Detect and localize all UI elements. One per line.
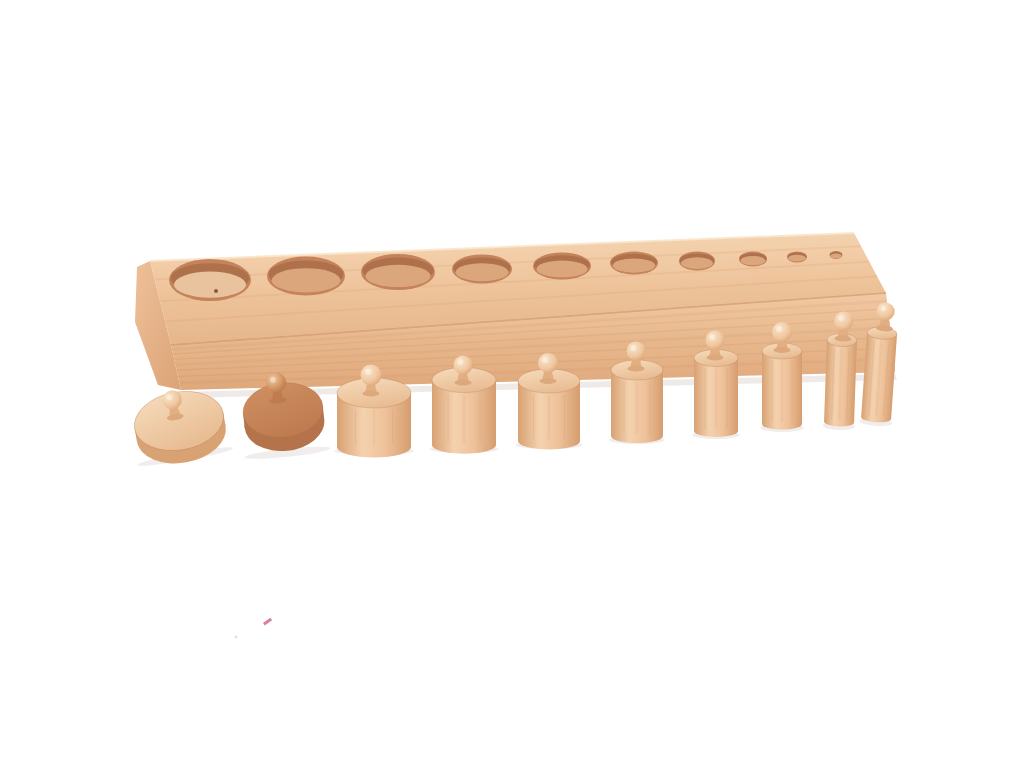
knob-sphere (706, 331, 725, 350)
knob-sphere (772, 322, 792, 342)
socket-floor (272, 268, 341, 292)
socket-7 (679, 252, 715, 271)
wood-speck (214, 289, 218, 293)
knob-highlight (709, 334, 715, 340)
socket-5 (533, 253, 591, 280)
socket-6 (610, 252, 658, 275)
knob-base-flare (455, 380, 472, 386)
knob-base-flare (707, 355, 724, 361)
socket-floor (365, 265, 430, 287)
knob-highlight (365, 369, 371, 375)
scene-svg (0, 0, 1024, 768)
socket-floor (456, 263, 509, 281)
socket-1 (169, 259, 251, 301)
socket-floor (788, 255, 806, 262)
product-photo (0, 0, 1024, 768)
socket-3 (361, 254, 435, 290)
dust-speck (235, 636, 238, 639)
socket-floor (536, 261, 587, 278)
knob-base-flare (628, 366, 645, 372)
socket-9 (787, 252, 807, 263)
knob-sphere (361, 365, 382, 386)
socket-2 (267, 257, 345, 296)
socket-floor (741, 256, 766, 265)
socket-floor (174, 272, 246, 298)
socket-8 (739, 252, 767, 267)
knob-highlight (776, 326, 782, 332)
socket-4 (452, 255, 512, 284)
socket-10 (830, 251, 843, 259)
socket-floor (830, 253, 841, 258)
knob-highlight (542, 357, 548, 363)
knob-base-flare (540, 378, 557, 384)
socket-floor (613, 258, 655, 272)
knob-sphere (538, 353, 558, 373)
knob-sphere (627, 342, 646, 361)
knob-highlight (630, 345, 636, 351)
knob-highlight (457, 359, 463, 365)
knob-base-flare (363, 391, 380, 397)
knob-base-flare (774, 347, 791, 353)
socket-floor (681, 257, 713, 269)
knob-sphere (454, 356, 473, 375)
